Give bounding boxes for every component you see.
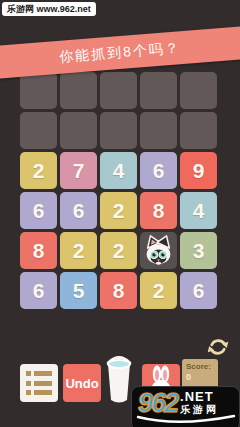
page-title: 你能抓到8个吗？: [59, 39, 182, 67]
empty-cell-r1c1: [60, 112, 97, 149]
list-menu-icon: [26, 371, 52, 395]
cup-icon: [104, 355, 134, 405]
top-watermark: 乐游网 www.962.net: [2, 2, 96, 16]
score-label: Score:: [186, 362, 218, 372]
empty-cell-r1c0: [20, 112, 57, 149]
empty-cell-r1c3: [140, 112, 177, 149]
cat-tile-r4c3[interactable]: [140, 232, 177, 269]
number-tile-8-r3c3[interactable]: 8: [140, 192, 177, 229]
cup-item-button[interactable]: [104, 355, 134, 405]
962net-watermark-logo: 962 .NET 乐游网: [131, 386, 240, 427]
number-tile-4-r3c4[interactable]: 4: [180, 192, 217, 229]
number-tile-2-r4c2[interactable]: 2: [100, 232, 137, 269]
number-tile-2-r2c0[interactable]: 2: [20, 152, 57, 189]
empty-cell-r0c0: [20, 72, 57, 109]
logo-swoosh-arc: [136, 414, 236, 426]
refresh-icon: [207, 336, 229, 358]
number-tile-2-r3c2[interactable]: 2: [100, 192, 137, 229]
undo-label: Undo: [65, 376, 98, 391]
number-tile-2-r5c3[interactable]: 2: [140, 272, 177, 309]
number-tile-5-r5c1[interactable]: 5: [60, 272, 97, 309]
number-tile-6-r3c0[interactable]: 6: [20, 192, 57, 229]
number-tile-6-r5c0[interactable]: 6: [20, 272, 57, 309]
top-watermark-text: 乐游网 www.962.net: [7, 3, 91, 16]
restart-button[interactable]: [207, 336, 229, 358]
game-screen: 乐游网 www.962.net 你能抓到8个吗？ 274696628482236…: [0, 0, 240, 427]
empty-cell-r0c1: [60, 72, 97, 109]
game-grid: 2746966284822365826: [20, 72, 217, 309]
empty-cell-r1c4: [180, 112, 217, 149]
undo-button[interactable]: Undo: [63, 364, 101, 402]
number-tile-8-r5c2[interactable]: 8: [100, 272, 137, 309]
number-tile-2-r4c1[interactable]: 2: [60, 232, 97, 269]
empty-cell-r0c3: [140, 72, 177, 109]
number-tile-6-r2c3[interactable]: 6: [140, 152, 177, 189]
empty-cell-r0c2: [100, 72, 137, 109]
logo-net-text: .NET: [180, 390, 219, 404]
cat-icon: [141, 233, 176, 268]
number-tile-4-r2c2[interactable]: 4: [100, 152, 137, 189]
number-tile-7-r2c1[interactable]: 7: [60, 152, 97, 189]
number-tile-8-r4c0[interactable]: 8: [20, 232, 57, 269]
number-tile-6-r3c1[interactable]: 6: [60, 192, 97, 229]
empty-cell-r0c4: [180, 72, 217, 109]
menu-button[interactable]: [20, 364, 58, 402]
number-tile-3-r4c4[interactable]: 3: [180, 232, 217, 269]
number-tile-9-r2c4[interactable]: 9: [180, 152, 217, 189]
score-value: 0: [186, 372, 218, 383]
number-tile-6-r5c4[interactable]: 6: [180, 272, 217, 309]
logo-962-text: 962: [138, 390, 177, 417]
empty-cell-r1c2: [100, 112, 137, 149]
